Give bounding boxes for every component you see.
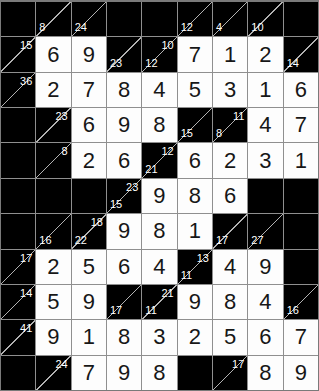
across-clue: 8 [62, 146, 68, 157]
value-cell-r5c4[interactable]: 9 [142, 179, 176, 213]
across-clue: 41 [20, 323, 32, 334]
across-clue: 23 [126, 182, 138, 193]
value-cell-r7c1[interactable]: 2 [36, 250, 70, 284]
across-clue: 18 [91, 217, 103, 228]
black-cell-r4c0 [1, 143, 35, 177]
value-cell-r3c2[interactable]: 6 [72, 108, 106, 142]
down-clue: 14 [287, 58, 299, 69]
across-clue: 17 [232, 359, 244, 370]
black-cell-r5c8 [284, 179, 318, 213]
value-cell-r7c2[interactable]: 5 [72, 250, 106, 284]
clue-cell-r0c6: 4 [213, 2, 247, 36]
down-clue: 16 [287, 305, 299, 316]
clue-cell-r6c1: 16 [36, 214, 70, 248]
value-cell-r8c7[interactable]: 4 [248, 285, 282, 319]
value-cell-r8c5[interactable]: 9 [178, 285, 212, 319]
across-clue: 17 [20, 253, 32, 264]
value-cell-r2c7[interactable]: 1 [248, 73, 282, 107]
clue-cell-r1c3: 23 [107, 37, 141, 71]
down-clue: 11 [145, 305, 156, 316]
black-cell-r0c0 [1, 2, 35, 36]
value-cell-r4c2[interactable]: 2 [72, 143, 106, 177]
clue-cell-r0c7: 10 [248, 2, 282, 36]
black-cell-r0c3 [107, 2, 141, 36]
down-clue: 8 [39, 22, 45, 33]
clue-cell-r9c0: 41 [1, 320, 35, 354]
value-cell-r3c3[interactable]: 9 [107, 108, 141, 142]
down-clue: 8 [216, 128, 222, 139]
across-clue: 10 [161, 40, 173, 51]
across-clue: 12 [161, 146, 173, 157]
across-clue: 11 [233, 111, 244, 122]
across-clue: 21 [161, 288, 173, 299]
across-clue: 24 [55, 359, 67, 370]
down-clue: 15 [181, 128, 193, 139]
down-clue: 24 [75, 22, 87, 33]
value-cell-r7c3[interactable]: 6 [107, 250, 141, 284]
value-cell-r8c1[interactable]: 5 [36, 285, 70, 319]
value-cell-r3c8[interactable]: 7 [284, 108, 318, 142]
value-cell-r9c5[interactable]: 2 [178, 320, 212, 354]
value-cell-r5c5[interactable]: 8 [178, 179, 212, 213]
value-cell-r4c5[interactable]: 6 [178, 143, 212, 177]
value-cell-r9c6[interactable]: 5 [213, 320, 247, 354]
clue-cell-r2c0: 36 [1, 73, 35, 107]
down-clue: 23 [110, 58, 122, 69]
clue-cell-r6c2: 1822 [72, 214, 106, 248]
down-clue: 11 [181, 270, 192, 281]
down-clue: 15 [110, 199, 122, 210]
down-clue: 21 [145, 164, 157, 175]
down-clue: 12 [181, 22, 193, 33]
value-cell-r9c3[interactable]: 8 [107, 320, 141, 354]
value-cell-r8c2[interactable]: 9 [72, 285, 106, 319]
value-cell-r6c3[interactable]: 9 [107, 214, 141, 248]
down-clue: 4 [216, 22, 222, 33]
value-cell-r9c1[interactable]: 9 [36, 320, 70, 354]
value-cell-r2c3[interactable]: 8 [107, 73, 141, 107]
clue-cell-r0c2: 24 [72, 2, 106, 36]
value-cell-r9c2[interactable]: 1 [72, 320, 106, 354]
black-cell-r10c0 [1, 356, 35, 390]
black-cell-r5c1 [36, 179, 70, 213]
value-cell-r1c1[interactable]: 6 [36, 37, 70, 71]
value-cell-r4c3[interactable]: 6 [107, 143, 141, 177]
across-clue: 23 [55, 111, 67, 122]
value-cell-r1c2[interactable]: 9 [72, 37, 106, 71]
clue-cell-r10c6: 17 [213, 356, 247, 390]
clue-cell-r0c5: 12 [178, 2, 212, 36]
down-clue: 17 [216, 235, 228, 246]
down-clue: 17 [110, 305, 122, 316]
value-cell-r9c4[interactable]: 3 [142, 320, 176, 354]
value-cell-r3c4[interactable]: 8 [142, 108, 176, 142]
value-cell-r1c6[interactable]: 1 [213, 37, 247, 71]
across-clue: 13 [197, 253, 209, 264]
value-cell-r2c1[interactable]: 2 [36, 73, 70, 107]
value-cell-r1c5[interactable]: 7 [178, 37, 212, 71]
black-cell-r6c8 [284, 214, 318, 248]
clue-cell-r0c1: 8 [36, 2, 70, 36]
clue-cell-r6c6: 17 [213, 214, 247, 248]
black-cell-r0c8 [284, 2, 318, 36]
black-cell-r7c8 [284, 250, 318, 284]
clue-cell-r10c1: 24 [36, 356, 70, 390]
clue-cell-r7c0: 17 [1, 250, 35, 284]
across-clue: 36 [20, 76, 32, 87]
value-cell-r8c6[interactable]: 8 [213, 285, 247, 319]
clue-cell-r7c5: 1311 [178, 250, 212, 284]
value-cell-r3c7[interactable]: 4 [248, 108, 282, 142]
value-cell-r10c8[interactable]: 9 [284, 356, 318, 390]
value-cell-r7c7[interactable]: 9 [248, 250, 282, 284]
clue-cell-r8c0: 14 [1, 285, 35, 319]
value-cell-r10c7[interactable]: 8 [248, 356, 282, 390]
clue-cell-r3c6: 118 [213, 108, 247, 142]
value-cell-r10c4[interactable]: 8 [142, 356, 176, 390]
value-cell-r9c8[interactable]: 7 [284, 320, 318, 354]
clue-cell-r5c3: 2315 [107, 179, 141, 213]
across-clue: 15 [20, 40, 32, 51]
value-cell-r6c4[interactable]: 8 [142, 214, 176, 248]
black-cell-r5c0 [1, 179, 35, 213]
clue-cell-r1c8: 14 [284, 37, 318, 71]
black-cell-r0c4 [142, 2, 176, 36]
value-cell-r9c7[interactable]: 6 [248, 320, 282, 354]
value-cell-r2c8[interactable]: 6 [284, 73, 318, 107]
clue-cell-r3c1: 23 [36, 108, 70, 142]
across-clue: 14 [20, 288, 32, 299]
clue-cell-r8c3: 17 [107, 285, 141, 319]
black-cell-r5c7 [248, 179, 282, 213]
value-cell-r6c5[interactable]: 1 [178, 214, 212, 248]
clue-cell-r6c7: 27 [248, 214, 282, 248]
black-cell-r5c2 [72, 179, 106, 213]
value-cell-r10c3[interactable]: 9 [107, 356, 141, 390]
clue-cell-r8c8: 16 [284, 285, 318, 319]
black-cell-r10c5 [178, 356, 212, 390]
down-clue: 10 [251, 22, 263, 33]
down-clue: 22 [75, 235, 87, 246]
value-cell-r2c6[interactable]: 3 [213, 73, 247, 107]
value-cell-r5c6[interactable]: 6 [213, 179, 247, 213]
clue-cell-r8c4: 2111 [142, 285, 176, 319]
black-cell-r3c0 [1, 108, 35, 142]
kakuro-board: 8241241015692310127121436278453162369815… [0, 0, 319, 391]
clue-cell-r4c1: 8 [36, 143, 70, 177]
value-cell-r2c4[interactable]: 4 [142, 73, 176, 107]
value-cell-r4c8[interactable]: 1 [284, 143, 318, 177]
clue-cell-r1c4: 1012 [142, 37, 176, 71]
down-clue: 12 [145, 58, 157, 69]
value-cell-r7c4[interactable]: 4 [142, 250, 176, 284]
value-cell-r2c2[interactable]: 7 [72, 73, 106, 107]
down-clue: 16 [39, 235, 51, 246]
clue-cell-r3c5: 15 [178, 108, 212, 142]
value-cell-r7c6[interactable]: 4 [213, 250, 247, 284]
black-cell-r6c0 [1, 214, 35, 248]
value-cell-r4c6[interactable]: 2 [213, 143, 247, 177]
value-cell-r10c2[interactable]: 7 [72, 356, 106, 390]
value-cell-r1c7[interactable]: 2 [248, 37, 282, 71]
value-cell-r4c7[interactable]: 3 [248, 143, 282, 177]
value-cell-r2c5[interactable]: 5 [178, 73, 212, 107]
clue-cell-r4c4: 1221 [142, 143, 176, 177]
clue-cell-r1c0: 15 [1, 37, 35, 71]
down-clue: 27 [251, 235, 263, 246]
